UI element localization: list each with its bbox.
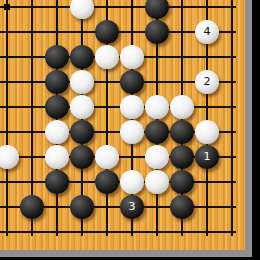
- white-stone: [120, 120, 144, 144]
- white-stone: [120, 45, 144, 69]
- black-stone: [95, 20, 119, 44]
- black-stone: [45, 45, 69, 69]
- white-stone: [45, 120, 69, 144]
- black-stone: [70, 145, 94, 169]
- white-stone: [145, 145, 169, 169]
- move-number-label: 1: [195, 145, 219, 169]
- black-stone: 1: [195, 145, 219, 169]
- white-stone: [195, 120, 219, 144]
- white-stone: [145, 170, 169, 194]
- white-stone: [170, 95, 194, 119]
- white-stone: [70, 70, 94, 94]
- white-stone: [45, 145, 69, 169]
- black-stone: [170, 170, 194, 194]
- move-number-label: 4: [195, 20, 219, 44]
- go-app-window: 4213: [0, 0, 260, 260]
- white-stone: [120, 95, 144, 119]
- black-stone: [120, 70, 144, 94]
- black-stone: 3: [120, 195, 144, 219]
- white-stone: [95, 145, 119, 169]
- move-number-label: 2: [195, 70, 219, 94]
- black-stone: [70, 195, 94, 219]
- black-stone: [170, 195, 194, 219]
- black-stone: [95, 170, 119, 194]
- white-stone: [120, 170, 144, 194]
- white-stone: [95, 45, 119, 69]
- white-stone: [70, 95, 94, 119]
- white-stone: [145, 95, 169, 119]
- black-stone: [145, 20, 169, 44]
- black-stone: [70, 45, 94, 69]
- white-stone: 4: [195, 20, 219, 44]
- black-stone: [70, 120, 94, 144]
- black-stone: [20, 195, 44, 219]
- move-number-label: 3: [120, 195, 144, 219]
- black-stone: [45, 70, 69, 94]
- white-stone: 2: [195, 70, 219, 94]
- black-stone: [45, 170, 69, 194]
- black-stone: [145, 120, 169, 144]
- black-stone: [170, 145, 194, 169]
- go-board[interactable]: 4213: [0, 0, 245, 250]
- black-stone: [45, 95, 69, 119]
- black-stone: [170, 120, 194, 144]
- star-point: [4, 4, 10, 10]
